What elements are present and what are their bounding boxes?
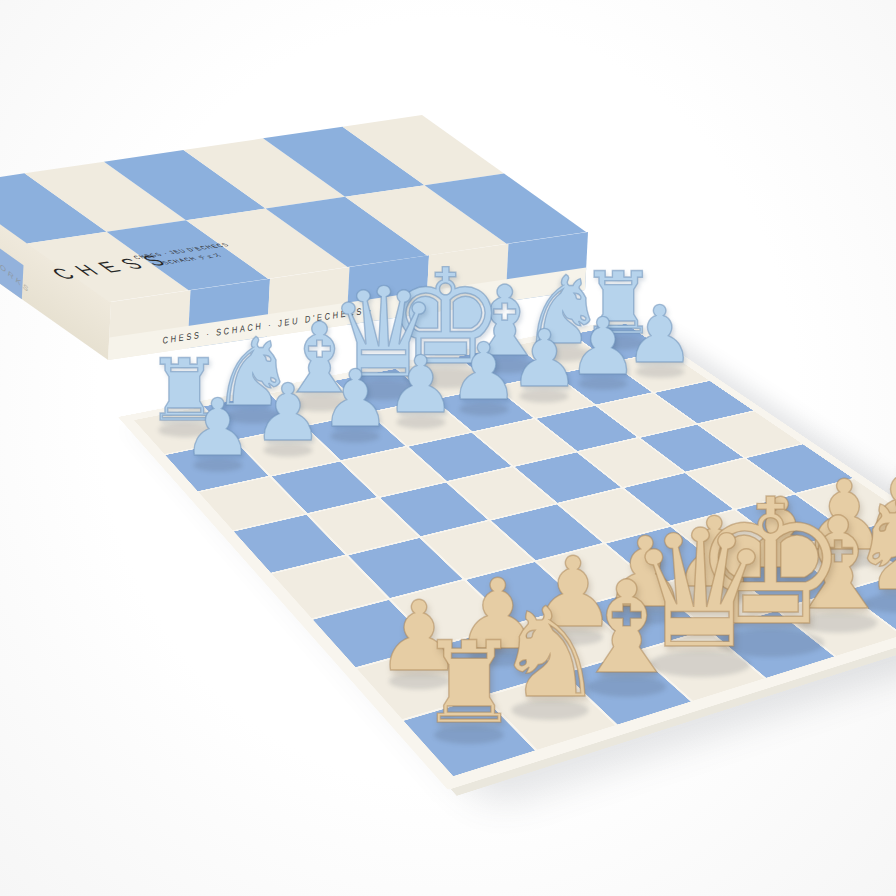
product-photo-scene: PRINTWORKS CHESS · SCHACH · JEU D'ECHECS… [0,0,896,896]
chess-board [118,318,896,790]
board-grid [134,324,896,776]
